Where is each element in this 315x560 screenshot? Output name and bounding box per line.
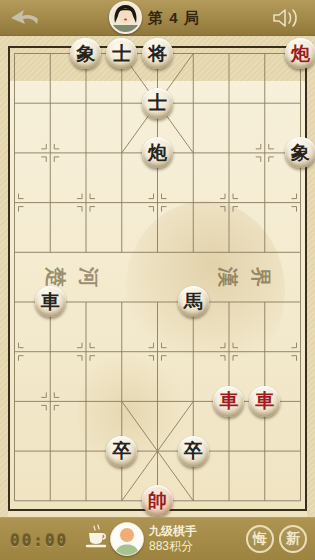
sound-button[interactable] bbox=[271, 7, 301, 29]
piece-red-帥[interactable]: 帥 bbox=[142, 485, 173, 516]
player-avatar-image bbox=[111, 523, 143, 555]
player-avatar[interactable] bbox=[110, 522, 144, 556]
piece-black-卒[interactable]: 卒 bbox=[106, 436, 137, 467]
opponent-avatar[interactable] bbox=[109, 1, 142, 34]
piece-black-馬[interactable]: 馬 bbox=[178, 286, 209, 317]
back-button[interactable] bbox=[8, 5, 40, 31]
opponent-avatar-image bbox=[111, 3, 140, 32]
xiangqi-app: 楚河漢界 象士将炮士炮象車馬車車卒卒帥 第 4 局 bbox=[0, 0, 315, 560]
piece-black-象[interactable]: 象 bbox=[70, 38, 101, 69]
back-arrow-icon bbox=[8, 5, 40, 31]
speaker-icon bbox=[271, 7, 301, 29]
piece-black-車[interactable]: 車 bbox=[35, 286, 66, 317]
piece-black-卒[interactable]: 卒 bbox=[178, 436, 209, 467]
undo-button[interactable]: 悔 bbox=[246, 525, 274, 553]
bottom-bar: 00:00 九级棋手 883积分 悔 新 bbox=[0, 517, 315, 560]
piece-red-車[interactable]: 車 bbox=[213, 386, 244, 417]
player-rank: 九级棋手 bbox=[149, 524, 197, 539]
piece-black-炮[interactable]: 炮 bbox=[142, 137, 173, 168]
piece-black-将[interactable]: 将 bbox=[142, 38, 173, 69]
xiangqi-board[interactable]: 象士将炮士炮象車馬車車卒卒帥 bbox=[0, 29, 315, 526]
piece-black-士[interactable]: 士 bbox=[106, 38, 137, 69]
move-timer: 00:00 bbox=[10, 531, 68, 550]
teacup-image bbox=[84, 524, 110, 550]
piece-red-炮[interactable]: 炮 bbox=[285, 38, 315, 69]
player-info: 九级棋手 883积分 bbox=[149, 524, 197, 554]
player-score: 883积分 bbox=[149, 539, 197, 554]
piece-black-象[interactable]: 象 bbox=[285, 137, 315, 168]
piece-red-車[interactable]: 車 bbox=[249, 386, 280, 417]
undo-button-label: 悔 bbox=[253, 530, 267, 548]
top-bar: 第 4 局 bbox=[0, 0, 315, 36]
teacup-icon[interactable] bbox=[84, 524, 110, 550]
page-title: 第 4 局 bbox=[148, 0, 200, 35]
piece-black-士[interactable]: 士 bbox=[142, 88, 173, 119]
new-game-button[interactable]: 新 bbox=[279, 525, 307, 553]
new-game-button-label: 新 bbox=[286, 530, 300, 548]
